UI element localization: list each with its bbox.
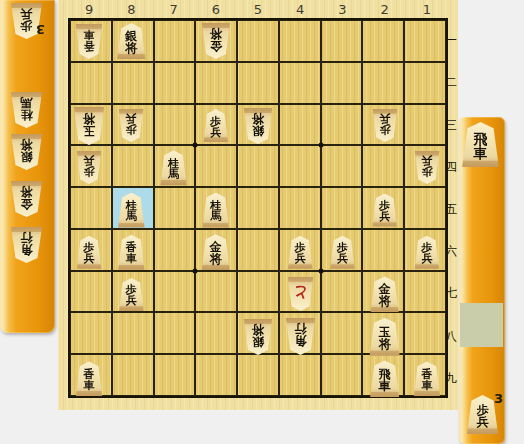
file-label-7: 7 [164,2,184,17]
shogi-app: 987654321一二三四五六七八九 香車銀将金将玉将歩兵歩兵銀将歩兵歩兵桂馬歩… [0,0,524,444]
board-cell-7-3[interactable] [154,104,196,146]
board-cell-6-8[interactable] [195,312,237,354]
koma-kanji: 玉将 [379,326,391,350]
file-label-5: 5 [248,2,268,17]
koma-kanji: 歩兵 [421,156,432,178]
koma-kanji: 香車 [84,369,95,391]
board-cell-6-7[interactable] [195,271,237,313]
rank-label-9: 九 [444,370,458,387]
rank-label-5: 五 [444,201,458,218]
gote-pawn-count: 3 [36,22,45,37]
koma-kanji: 桂馬 [210,200,221,222]
board-cell-1-1[interactable] [404,20,446,62]
board-cell-3-9[interactable] [321,354,363,396]
board-cell-5-1[interactable] [237,20,279,62]
board-cell-3-7[interactable] [321,271,363,313]
koma-kanji: 飛車 [379,368,391,392]
board-cell-7-6[interactable] [154,229,196,271]
koma-kanji: 歩兵 [84,242,95,264]
board-cell-7-9[interactable] [154,354,196,396]
koma-kanji: 歩兵 [477,404,489,428]
board-cell-7-7[interactable] [154,271,196,313]
board-cell-4-4[interactable] [279,145,321,187]
koma-kanji: 桂馬 [168,158,179,180]
board-cell-3-2[interactable] [321,62,363,104]
hoshi-dot [192,269,197,274]
file-label-6: 6 [206,2,226,17]
koma-kanji: と [293,286,308,301]
koma-kanji: 飛車 [474,132,488,160]
koma-kanji: 金将 [210,28,222,52]
rank-label-3: 三 [444,117,458,134]
koma-kanji: 香車 [84,29,95,51]
koma-kanji: 桂馬 [21,97,33,121]
koma-kanji: 歩兵 [126,284,137,306]
koma-kanji: 金将 [210,241,222,265]
koma-kanji: 歩兵 [421,242,432,264]
file-label-8: 8 [121,2,141,17]
board-cell-4-1[interactable] [279,20,321,62]
file-label-2: 2 [375,2,395,17]
rank-label-2: 二 [444,74,458,91]
board-cell-7-8[interactable] [154,312,196,354]
koma-kanji: 銀将 [252,324,264,348]
board-cell-5-7[interactable] [237,271,279,313]
board-cell-9-5[interactable] [70,187,112,229]
file-label-9: 9 [79,2,99,17]
board-cell-7-5[interactable] [154,187,196,229]
board-cell-5-5[interactable] [237,187,279,229]
board-cell-6-2[interactable] [195,62,237,104]
rank-label-6: 六 [444,243,458,260]
board-cell-2-6[interactable] [362,229,404,271]
board-cell-5-9[interactable] [237,354,279,396]
koma-kanji: 金将 [21,186,33,210]
board-cell-8-4[interactable] [112,145,154,187]
koma-kanji: 桂馬 [126,200,137,222]
koma-kanji: 銀将 [125,30,137,54]
board-cell-1-3[interactable] [404,104,446,146]
koma-kanji: 角行 [21,232,33,256]
board-cell-4-5[interactable] [279,187,321,229]
koma-kanji: 香車 [126,242,137,264]
koma-kanji: 金将 [379,283,391,307]
board-cell-8-2[interactable] [112,62,154,104]
koma-kanji: 銀将 [252,113,264,137]
board-cell-5-6[interactable] [237,229,279,271]
hoshi-dot [319,269,324,274]
board-cell-3-1[interactable] [321,20,363,62]
board-cell-3-3[interactable] [321,104,363,146]
board-cell-9-2[interactable] [70,62,112,104]
board-cell-7-2[interactable] [154,62,196,104]
board-cell-3-4[interactable] [321,145,363,187]
board-cell-2-2[interactable] [362,62,404,104]
rank-label-8: 八 [444,328,458,345]
koma-kanji: 歩兵 [295,242,306,264]
board-cell-6-4[interactable] [195,145,237,187]
sente-hand-empty-slot[interactable] [460,303,503,347]
rank-label-4: 四 [444,159,458,176]
board-cell-9-7[interactable] [70,271,112,313]
koma-kanji: 歩兵 [210,116,221,138]
board-cell-8-8[interactable] [112,312,154,354]
koma-kanji: 歩兵 [379,200,390,222]
board-cell-1-7[interactable] [404,271,446,313]
board-cell-8-9[interactable] [112,354,154,396]
board-cell-3-8[interactable] [321,312,363,354]
hoshi-dot [192,142,197,147]
board-cell-6-9[interactable] [195,354,237,396]
board-cell-4-3[interactable] [279,104,321,146]
file-label-4: 4 [290,2,310,17]
board-cell-5-4[interactable] [237,145,279,187]
koma-kanji: 歩兵 [126,114,137,136]
file-label-1: 1 [417,2,437,17]
file-label-3: 3 [332,2,352,17]
board-cell-3-5[interactable] [321,187,363,229]
board-cell-1-5[interactable] [404,187,446,229]
board-cell-4-2[interactable] [279,62,321,104]
koma-kanji: 銀将 [21,139,33,163]
rank-label-1: 一 [444,32,458,49]
board-cell-5-2[interactable] [237,62,279,104]
koma-kanji: 香車 [421,369,432,391]
koma-kanji: 歩兵 [337,242,348,264]
board-cell-2-1[interactable] [362,20,404,62]
koma-kanji: 歩兵 [84,156,95,178]
rank-label-7: 七 [444,285,458,302]
board-cell-1-8[interactable] [404,312,446,354]
koma-kanji: 歩兵 [21,8,33,32]
board-cell-9-8[interactable] [70,312,112,354]
koma-kanji: 玉将 [83,113,95,137]
board-cell-7-1[interactable] [154,20,196,62]
board-cell-1-2[interactable] [404,62,446,104]
hoshi-dot [319,142,324,147]
board-cell-4-9[interactable] [279,354,321,396]
sente-pawn-count: 3 [494,391,503,406]
koma-kanji: 角行 [294,324,306,348]
board-cell-2-4[interactable] [362,145,404,187]
koma-kanji: 歩兵 [379,114,390,136]
